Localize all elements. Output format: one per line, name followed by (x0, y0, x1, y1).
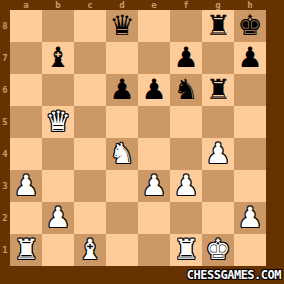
square-b4 (42, 138, 74, 170)
square-b6 (42, 74, 74, 106)
square-g7 (202, 42, 234, 74)
square-c5 (74, 106, 106, 138)
white-rook: ♜ (173, 234, 198, 266)
white-pawn: ♟ (13, 170, 38, 202)
square-c4 (74, 138, 106, 170)
square-e7 (138, 42, 170, 74)
rank-label-5: 5 (0, 106, 10, 138)
square-a6 (10, 74, 42, 106)
square-h5 (234, 106, 266, 138)
square-c8 (74, 10, 106, 42)
square-d1 (106, 234, 138, 266)
square-h7: ♟ (234, 42, 266, 74)
square-h6 (234, 74, 266, 106)
square-h3 (234, 170, 266, 202)
square-d8: ♛ (106, 10, 138, 42)
square-c3 (74, 170, 106, 202)
rank-label-3: 3 (0, 170, 10, 202)
square-d3 (106, 170, 138, 202)
white-rook: ♜ (13, 234, 38, 266)
square-f3: ♟ (170, 170, 202, 202)
file-labels: abcdefgh (10, 0, 266, 10)
rank-label-7: 7 (0, 42, 10, 74)
square-c2 (74, 202, 106, 234)
square-d2 (106, 202, 138, 234)
site-label: CHESSGAMES.COM (187, 268, 281, 282)
black-pawn: ♟ (173, 42, 198, 74)
black-pawn: ♟ (141, 74, 166, 106)
square-c7 (74, 42, 106, 74)
square-b3 (42, 170, 74, 202)
square-a2 (10, 202, 42, 234)
square-d5 (106, 106, 138, 138)
square-e4 (138, 138, 170, 170)
white-pawn: ♟ (237, 202, 262, 234)
chess-diagram: abcdefgh 87654321 ♛♜♚♝♟♟♟♟♞♜♛♞♟♟♟♟♟♟♜♝♜♚… (0, 0, 284, 284)
square-a3: ♟ (10, 170, 42, 202)
rank-label-1: 1 (0, 234, 10, 266)
square-g8: ♜ (202, 10, 234, 42)
square-g2 (202, 202, 234, 234)
rank-label-2: 2 (0, 202, 10, 234)
black-rook: ♜ (205, 10, 230, 42)
square-e1 (138, 234, 170, 266)
square-c1: ♝ (74, 234, 106, 266)
square-h2: ♟ (234, 202, 266, 234)
white-knight: ♞ (109, 138, 134, 170)
square-h1 (234, 234, 266, 266)
white-bishop: ♝ (77, 234, 102, 266)
square-f8 (170, 10, 202, 42)
square-f7: ♟ (170, 42, 202, 74)
square-h8: ♚ (234, 10, 266, 42)
square-a8 (10, 10, 42, 42)
white-pawn: ♟ (141, 170, 166, 202)
square-d7 (106, 42, 138, 74)
square-f1: ♜ (170, 234, 202, 266)
square-f4 (170, 138, 202, 170)
square-h4 (234, 138, 266, 170)
square-d4: ♞ (106, 138, 138, 170)
square-a1: ♜ (10, 234, 42, 266)
rank-label-6: 6 (0, 74, 10, 106)
white-pawn: ♟ (173, 170, 198, 202)
square-b2: ♟ (42, 202, 74, 234)
square-a7 (10, 42, 42, 74)
black-queen: ♛ (109, 10, 134, 42)
square-g1: ♚ (202, 234, 234, 266)
square-a5 (10, 106, 42, 138)
black-king: ♚ (237, 10, 262, 42)
square-b7: ♝ (42, 42, 74, 74)
square-g4: ♟ (202, 138, 234, 170)
chess-board: ♛♜♚♝♟♟♟♟♞♜♛♞♟♟♟♟♟♟♜♝♜♚ (10, 10, 266, 266)
rank-labels: 87654321 (0, 10, 10, 266)
square-b8 (42, 10, 74, 42)
square-a4 (10, 138, 42, 170)
square-e8 (138, 10, 170, 42)
rank-label-8: 8 (0, 10, 10, 42)
square-e6: ♟ (138, 74, 170, 106)
square-e2 (138, 202, 170, 234)
black-knight: ♞ (173, 74, 198, 106)
black-pawn: ♟ (109, 74, 134, 106)
rank-label-4: 4 (0, 138, 10, 170)
square-d6: ♟ (106, 74, 138, 106)
white-pawn: ♟ (205, 138, 230, 170)
black-rook: ♜ (205, 74, 230, 106)
black-bishop: ♝ (45, 42, 70, 74)
white-pawn: ♟ (45, 202, 70, 234)
square-c6 (74, 74, 106, 106)
square-f5 (170, 106, 202, 138)
square-b1 (42, 234, 74, 266)
square-e5 (138, 106, 170, 138)
white-king: ♚ (205, 234, 230, 266)
square-g6: ♜ (202, 74, 234, 106)
black-pawn: ♟ (237, 42, 262, 74)
white-queen: ♛ (45, 106, 70, 138)
square-e3: ♟ (138, 170, 170, 202)
square-g5 (202, 106, 234, 138)
square-b5: ♛ (42, 106, 74, 138)
square-f6: ♞ (170, 74, 202, 106)
square-g3 (202, 170, 234, 202)
square-f2 (170, 202, 202, 234)
